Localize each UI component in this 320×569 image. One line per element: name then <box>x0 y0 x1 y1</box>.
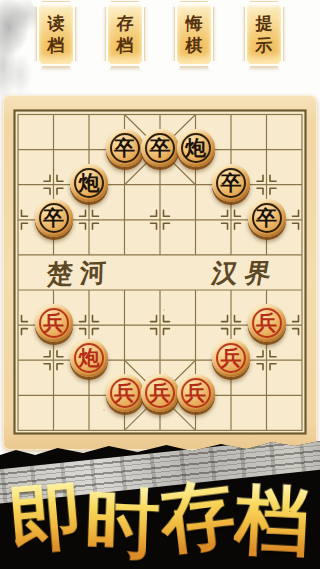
undo-move-button-label: 悔棋 <box>185 11 204 56</box>
piece-character: 兵 <box>35 304 73 342</box>
xiangqi-app: 读档 存档 悔棋 提示 楚河 汉界 卒卒炮炮卒卒卒兵兵炮兵兵兵兵 即 时 存 档 <box>0 0 320 569</box>
piece-character: 卒 <box>106 129 144 167</box>
banner-char: 即 <box>7 478 88 559</box>
piece-卒-black[interactable]: 卒 <box>35 199 73 237</box>
piece-character: 兵 <box>106 374 144 412</box>
piece-兵-red[interactable]: 兵 <box>177 374 215 412</box>
banner-char: 时 <box>83 485 161 563</box>
piece-卒-black[interactable]: 卒 <box>141 129 179 167</box>
piece-兵-red[interactable]: 兵 <box>248 304 286 342</box>
piece-character: 兵 <box>248 304 286 342</box>
piece-character: 卒 <box>35 199 73 237</box>
piece-炮-black[interactable]: 炮 <box>177 129 215 167</box>
piece-卒-black[interactable]: 卒 <box>212 164 250 202</box>
save-button[interactable]: 存档 <box>106 2 144 66</box>
load-save-button[interactable]: 读档 <box>37 2 75 66</box>
piece-兵-red[interactable]: 兵 <box>106 374 144 412</box>
piece-character: 炮 <box>70 164 108 202</box>
piece-卒-black[interactable]: 卒 <box>248 199 286 237</box>
banner-title: 即 时 存 档 <box>0 479 320 554</box>
hint-button[interactable]: 提示 <box>245 2 283 66</box>
undo-move-button[interactable]: 悔棋 <box>175 2 213 66</box>
piece-character: 炮 <box>70 339 108 377</box>
river-label-right: 汉界 <box>209 256 281 291</box>
piece-character: 卒 <box>248 199 286 237</box>
river-label-left: 楚河 <box>46 255 113 292</box>
corner-notch <box>32 0 42 7</box>
piece-character: 兵 <box>177 374 215 412</box>
piece-卒-black[interactable]: 卒 <box>106 129 144 167</box>
piece-character: 兵 <box>141 374 179 412</box>
banner-char: 存 <box>156 475 240 559</box>
piece-兵-red[interactable]: 兵 <box>141 374 179 412</box>
piece-兵-red[interactable]: 兵 <box>212 339 250 377</box>
load-save-button-label: 读档 <box>47 11 66 56</box>
piece-character: 卒 <box>141 129 179 167</box>
corner-notch <box>101 0 111 7</box>
board-panel: 楚河 汉界 卒卒炮炮卒卒卒兵兵炮兵兵兵兵 <box>3 95 317 450</box>
piece-炮-black[interactable]: 炮 <box>70 164 108 202</box>
piece-character: 兵 <box>212 339 250 377</box>
piece-character: 卒 <box>212 164 250 202</box>
piece-炮-red[interactable]: 炮 <box>70 339 108 377</box>
piece-兵-red[interactable]: 兵 <box>35 304 73 342</box>
piece-character: 炮 <box>177 129 215 167</box>
hint-button-label: 提示 <box>255 11 274 56</box>
corner-notch <box>240 0 250 7</box>
corner-notch <box>170 0 180 7</box>
banner-char: 档 <box>233 481 312 560</box>
bottom-banner: 即 时 存 档 <box>0 441 320 569</box>
save-button-label: 存档 <box>116 11 135 56</box>
